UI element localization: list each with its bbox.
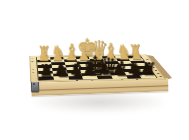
white-bishop: ♝ — [64, 41, 77, 59]
square-7-5: ♝ — [111, 75, 127, 78]
square-7-7: ♜ — [140, 75, 157, 78]
white-knight: ♞ — [50, 43, 63, 59]
square-4-3 — [79, 67, 94, 70]
white-rook: ♜ — [129, 43, 142, 58]
square-7-3: ♚ — [82, 76, 98, 79]
box-hinge-seam — [31, 85, 168, 91]
board-top: ♜♞♝♚♛♝♞♜♟♟♟♟♟♟♟♟♟♟♟♟♟♟♟♟♜♞♝♚♛♝♞♜ — [29, 54, 166, 82]
square-4-0 — [38, 68, 52, 71]
chess-set-photo: Product photo of a small folding wooden … — [0, 0, 189, 140]
square-3-5 — [105, 64, 120, 67]
white-rook: ♜ — [37, 45, 50, 60]
square-4-7 — [134, 66, 150, 69]
square-6-2: ♟ — [67, 73, 82, 76]
square-7-0: ♜ — [39, 77, 54, 80]
square-2-0 — [37, 62, 51, 65]
square-7-2: ♝ — [68, 76, 84, 79]
square-7-1: ♞ — [53, 76, 68, 79]
photo-caption: Product photo of a small folding wooden … — [0, 0, 1, 1]
square-7-6: ♞ — [125, 75, 141, 78]
chess-board: ♜♞♝♚♛♝♞♜♟♟♟♟♟♟♟♟♟♟♟♟♟♟♟♟♜♞♝♚♛♝♞♜ — [36, 55, 158, 80]
square-7-4: ♛ — [97, 76, 113, 79]
border-studs-left — [30, 57, 35, 80]
